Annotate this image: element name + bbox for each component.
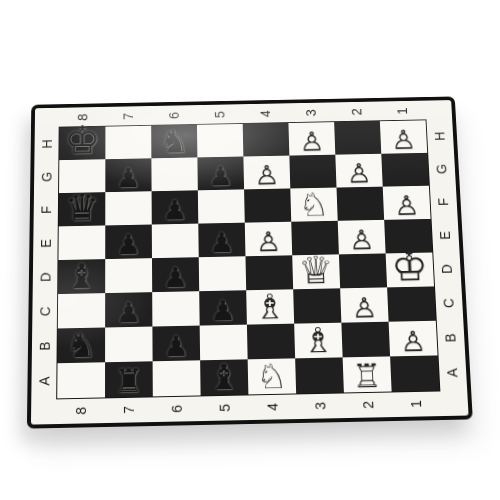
square-g7: ♟: [105, 158, 151, 192]
coord-label-right-c: C: [430, 290, 467, 317]
square-c5: ♟: [199, 290, 247, 325]
square-g8: [59, 159, 105, 193]
square-c6: [152, 291, 199, 326]
square-c3: [293, 288, 341, 323]
piece-black-pawn-e7: ♟: [116, 231, 141, 259]
square-c7: ♟: [105, 292, 152, 327]
square-b3: ♗: [294, 323, 342, 359]
square-e1: [384, 219, 432, 254]
coord-label-bottom-4: 4: [259, 383, 286, 431]
piece-black-pawn-g5: ♟: [208, 163, 233, 190]
piece-white-knight-f3: ♘: [298, 189, 329, 222]
coord-label-bottom-2: 2: [354, 381, 382, 429]
piece-black-pawn-g7: ♟: [116, 165, 141, 192]
piece-white-bishop-c4: ♗: [254, 289, 287, 324]
square-c8: [58, 293, 105, 328]
square-g4: ♙: [243, 156, 290, 190]
coord-label-top-8: 8: [72, 96, 93, 139]
coord-label-right-f: F: [425, 189, 461, 216]
coord-label-top-5: 5: [209, 93, 231, 136]
square-d6: ♟: [152, 257, 199, 292]
piece-black-pawn-c5: ♟: [210, 297, 236, 325]
coord-label-left-h: H: [30, 132, 65, 156]
square-d2: [339, 253, 387, 288]
piece-white-bishop-b3: ♗: [302, 323, 335, 358]
square-b6: ♟: [152, 326, 200, 362]
square-e8: [58, 225, 105, 260]
piece-white-pawn-g2: ♙: [346, 160, 372, 187]
coord-label-left-b: B: [27, 333, 63, 359]
square-e6: [152, 224, 199, 259]
square-c1: [387, 286, 436, 321]
square-f5: [198, 189, 245, 223]
coord-label-right-h: H: [422, 123, 458, 149]
coord-label-right-e: E: [427, 222, 463, 249]
square-b8: ♞: [58, 327, 106, 363]
square-f1: ♙: [383, 186, 431, 220]
piece-white-pawn-e4: ♙: [256, 228, 282, 256]
piece-black-pawn-c7: ♟: [116, 299, 142, 327]
square-d8: ♝: [58, 259, 105, 294]
square-f6: ♟: [152, 190, 199, 224]
coord-label-bottom-7: 7: [116, 386, 142, 434]
coord-label-right-a: A: [434, 359, 471, 387]
coord-label-left-f: F: [29, 198, 64, 223]
square-g1: [381, 153, 429, 187]
square-e7: ♟: [105, 225, 152, 260]
square-f4: [244, 188, 291, 222]
coord-label-top-2: 2: [345, 90, 368, 133]
square-e5: ♟: [198, 223, 245, 258]
piece-white-pawn-f1: ♙: [394, 192, 420, 219]
square-b7: [105, 327, 153, 363]
square-b5: [200, 325, 248, 361]
piece-black-pawn-e5: ♟: [209, 229, 235, 257]
product-photo: ♚♞♙♙♟♟♙♙♛♟♘♙♟♟♙♙♝♟♕♔♟♟♗♙♞♟♗♙♜♝♘♖ 8765432…: [0, 0, 500, 500]
coord-label-right-d: D: [429, 256, 466, 283]
square-g2: ♙: [335, 154, 382, 188]
coord-label-top-6: 6: [163, 94, 184, 137]
piece-black-bishop-d8: ♝: [66, 259, 98, 294]
square-g6: [151, 157, 197, 191]
piece-white-pawn-c2: ♙: [351, 294, 378, 322]
coord-label-left-e: E: [28, 231, 63, 256]
piece-white-pawn-e2: ♙: [349, 227, 375, 255]
square-b1: ♙: [389, 321, 438, 357]
square-d3: ♕: [292, 254, 340, 289]
square-g3: [289, 155, 336, 189]
coord-label-top-1: 1: [391, 89, 414, 132]
coord-label-bottom-5: 5: [211, 384, 238, 432]
square-f7: [105, 191, 152, 225]
coord-label-bottom-6: 6: [164, 385, 190, 433]
piece-black-pawn-f6: ♟: [162, 197, 187, 224]
square-b2: [341, 322, 390, 358]
coord-label-left-a: A: [26, 368, 62, 394]
square-f3: ♘: [290, 188, 337, 222]
coord-label-right-b: B: [432, 324, 469, 352]
piece-white-pawn-g4: ♙: [254, 162, 280, 189]
chess-mat: ♚♞♙♙♟♟♙♙♛♟♘♙♟♟♙♙♝♟♕♔♟♟♗♙♞♟♗♙♜♝♘♖ 8765432…: [27, 96, 473, 428]
square-d1: ♔: [386, 252, 434, 287]
square-c2: ♙: [340, 287, 388, 322]
square-e2: ♙: [338, 220, 386, 255]
coord-label-top-7: 7: [118, 95, 139, 138]
square-d7: [105, 258, 152, 293]
square-f2: [337, 187, 385, 221]
square-c4: ♗: [246, 289, 294, 324]
coord-label-left-g: G: [29, 165, 64, 189]
coord-label-bottom-1: 1: [402, 380, 430, 428]
square-d4: [245, 255, 293, 290]
coord-label-bottom-3: 3: [307, 382, 334, 430]
piece-white-king-d1: ♔: [390, 247, 429, 287]
piece-black-pawn-d6: ♟: [163, 264, 189, 292]
coord-label-right-g: G: [424, 156, 460, 182]
coord-label-top-3: 3: [300, 91, 322, 134]
square-b4: [247, 324, 295, 360]
piece-black-knight-b8: ♞: [66, 329, 97, 363]
piece-white-pawn-b1: ♙: [400, 328, 427, 357]
coord-label-left-c: C: [27, 299, 63, 325]
square-e4: ♙: [245, 222, 292, 257]
piece-black-queen-f8: ♛: [65, 189, 100, 227]
coord-label-left-d: D: [28, 265, 63, 290]
square-e3: [291, 221, 339, 256]
coord-label-top-4: 4: [254, 92, 276, 135]
square-g5: ♟: [197, 156, 244, 190]
square-f8: ♛: [59, 192, 106, 226]
mat-grid: ♚♞♙♙♟♟♙♙♛♟♘♙♟♟♙♙♝♟♕♔♟♟♗♙♞♟♗♙♜♝♘♖ 8765432…: [31, 100, 469, 424]
chess-board: ♚♞♙♙♟♟♙♙♛♟♘♙♟♟♙♙♝♟♕♔♟♟♗♙♞♟♗♙♜♝♘♖: [57, 120, 439, 398]
piece-black-pawn-b6: ♟: [163, 333, 189, 362]
coord-label-bottom-8: 8: [68, 387, 94, 435]
piece-white-queen-d3: ♕: [298, 251, 334, 289]
square-d5: [199, 256, 246, 291]
